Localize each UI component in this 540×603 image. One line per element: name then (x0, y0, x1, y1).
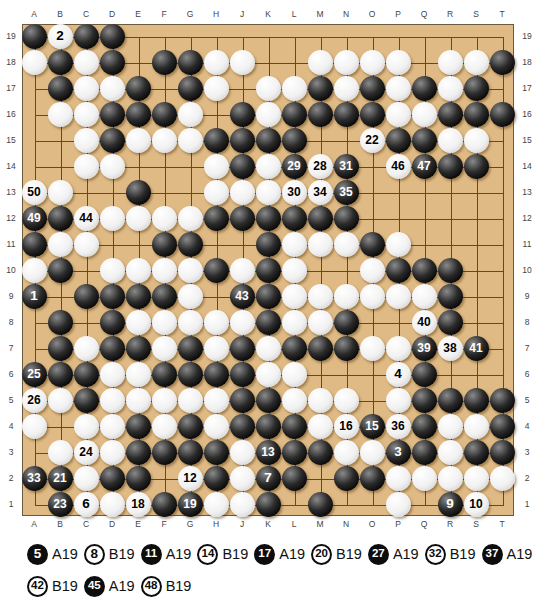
stone-L2 (282, 466, 307, 491)
stone-M4 (308, 414, 333, 439)
stone-B11 (48, 232, 73, 257)
row-label-left: 18 (6, 58, 15, 67)
move-number: 2 (56, 29, 64, 43)
column-label-top: H (213, 10, 219, 19)
stone-A5: 26 (22, 388, 47, 413)
caption-stone-white: 48 (141, 576, 162, 597)
row-label-left: 14 (6, 162, 15, 171)
stone-H8 (204, 310, 229, 335)
move-number: 28 (313, 160, 326, 172)
stone-G8 (178, 310, 203, 335)
stone-E3 (126, 440, 151, 465)
move-number: 47 (417, 160, 430, 172)
caption-move-number: 20 (315, 548, 328, 560)
stone-P3: 3 (386, 440, 411, 465)
stone-N9 (334, 284, 359, 309)
caption-entry: 42B19 (27, 576, 78, 597)
column-label-top: J (240, 10, 244, 19)
move-number: 21 (53, 472, 66, 484)
stone-B1: 23 (48, 492, 73, 517)
stone-Q17 (412, 76, 437, 101)
move-number: 34 (313, 186, 326, 198)
column-label-bottom: J (240, 520, 244, 529)
stone-D8 (100, 310, 125, 335)
column-label-bottom: O (369, 520, 376, 529)
column-label-top: N (343, 10, 349, 19)
caption-stone-black: 11 (141, 544, 162, 565)
caption-entry: 45A19 (84, 576, 135, 597)
stone-C15 (74, 128, 99, 153)
stone-G18 (178, 50, 203, 75)
stone-O2 (360, 466, 385, 491)
row-label-right: 2 (525, 474, 530, 483)
caption-point: A19 (279, 546, 305, 562)
stone-E4 (126, 414, 151, 439)
stone-S16 (464, 102, 489, 127)
column-label-bottom: E (135, 520, 141, 529)
stone-T3 (490, 440, 515, 465)
caption-point: B19 (52, 578, 78, 594)
stone-S7: 41 (464, 336, 489, 361)
stone-E12 (126, 206, 151, 231)
stone-C6 (74, 362, 99, 387)
stone-Q6 (412, 362, 437, 387)
stone-M14: 28 (308, 154, 333, 179)
move-number: 4 (394, 367, 402, 381)
move-number: 49 (27, 212, 40, 224)
stone-D17 (100, 76, 125, 101)
stone-M13: 34 (308, 180, 333, 205)
caption-stone-black: 27 (368, 544, 389, 565)
stone-J13 (230, 180, 255, 205)
column-label-top: F (161, 10, 166, 19)
stone-L4 (282, 414, 307, 439)
stone-E5 (126, 388, 151, 413)
caption-entry: 17A19 (254, 544, 305, 565)
caption-point: A19 (507, 546, 533, 562)
stone-A13: 50 (22, 180, 47, 205)
caption-point: B19 (336, 546, 362, 562)
stone-O4: 15 (360, 414, 385, 439)
stone-J12 (230, 206, 255, 231)
stone-M18 (308, 50, 333, 75)
caption-move-number: 5 (34, 547, 42, 561)
column-label-top: R (447, 10, 453, 19)
caption-entry: 5A19 (27, 544, 78, 565)
stone-L16 (282, 102, 307, 127)
stone-G6 (178, 362, 203, 387)
stone-H3 (204, 440, 229, 465)
stone-R10 (438, 258, 463, 283)
stone-O18 (360, 50, 385, 75)
stone-E9 (126, 284, 151, 309)
stone-K9 (256, 284, 281, 309)
move-number: 40 (417, 316, 430, 328)
row-label-right: 7 (525, 344, 530, 353)
caption-move-number: 8 (91, 547, 99, 561)
stone-L8 (282, 310, 307, 335)
stone-J5 (230, 388, 255, 413)
stone-Q9 (412, 284, 437, 309)
stone-G16 (178, 102, 203, 127)
column-label-bottom: S (473, 520, 479, 529)
caption-move-number: 37 (486, 548, 499, 560)
stone-J8 (230, 310, 255, 335)
stone-C19 (74, 24, 99, 49)
move-number: 36 (391, 420, 404, 432)
caption-entry: 48B19 (141, 576, 192, 597)
stone-S1: 10 (464, 492, 489, 517)
stone-N4: 16 (334, 414, 359, 439)
stone-F1 (152, 492, 177, 517)
stone-C17 (74, 76, 99, 101)
stone-K15 (256, 128, 281, 153)
stone-B18 (48, 50, 73, 75)
stone-E2 (126, 466, 151, 491)
stone-R2 (438, 466, 463, 491)
column-label-top: E (135, 10, 141, 19)
stone-F5 (152, 388, 177, 413)
stone-P15 (386, 128, 411, 153)
stone-O3 (360, 440, 385, 465)
row-label-left: 17 (6, 84, 15, 93)
stone-N12 (334, 206, 359, 231)
stone-F18 (152, 50, 177, 75)
stone-N16 (334, 102, 359, 127)
stone-G3 (178, 440, 203, 465)
stone-K4 (256, 414, 281, 439)
row-label-left: 2 (9, 474, 14, 483)
stone-P10 (386, 258, 411, 283)
stone-T5 (490, 388, 515, 413)
go-board: 2222928314647503034354944143403938412542… (22, 24, 514, 516)
stone-F7 (152, 336, 177, 361)
caption-stone-white: 20 (311, 544, 332, 565)
stone-L7 (282, 336, 307, 361)
column-label-bottom: L (292, 520, 297, 529)
stone-P17 (386, 76, 411, 101)
stone-P16 (386, 102, 411, 127)
move-number: 9 (446, 497, 454, 511)
row-label-right: 5 (525, 396, 530, 405)
stone-Q15 (412, 128, 437, 153)
column-label-top: C (83, 10, 89, 19)
move-number: 3 (394, 445, 402, 459)
stone-Q8: 40 (412, 310, 437, 335)
column-label-bottom: Q (421, 520, 428, 529)
row-label-right: 19 (522, 32, 531, 41)
column-label-top: P (395, 10, 401, 19)
row-label-right: 4 (525, 422, 530, 431)
stone-G17 (178, 76, 203, 101)
stone-A10 (22, 258, 47, 283)
column-label-top: T (499, 10, 504, 19)
stone-B3 (48, 440, 73, 465)
stone-N7 (334, 336, 359, 361)
caption-move-number: 42 (31, 580, 44, 592)
caption-entry: 32B19 (425, 544, 476, 565)
stone-J7 (230, 336, 255, 361)
stone-Q7: 39 (412, 336, 437, 361)
stone-C1: 6 (74, 492, 99, 517)
stone-B13 (48, 180, 73, 205)
caption-move-number: 27 (372, 548, 385, 560)
column-label-bottom: R (447, 520, 453, 529)
stone-B6 (48, 362, 73, 387)
stone-P14: 46 (386, 154, 411, 179)
move-number: 18 (131, 498, 144, 510)
stone-Q5 (412, 388, 437, 413)
stone-L13: 30 (282, 180, 307, 205)
stone-L14: 29 (282, 154, 307, 179)
move-number: 38 (443, 342, 456, 354)
stone-D3 (100, 440, 125, 465)
row-label-left: 11 (7, 240, 16, 249)
stone-S4 (464, 414, 489, 439)
caption-point: A19 (166, 546, 192, 562)
stone-D10 (100, 258, 125, 283)
stone-K3: 13 (256, 440, 281, 465)
stone-F6 (152, 362, 177, 387)
go-diagram: 2222928314647503034354944143403938412542… (0, 0, 540, 603)
stone-D6 (100, 362, 125, 387)
move-number: 22 (365, 134, 378, 146)
move-number: 24 (79, 446, 92, 458)
column-label-top: Q (421, 10, 428, 19)
row-label-left: 3 (9, 448, 14, 457)
stone-G11 (178, 232, 203, 257)
move-number: 10 (469, 498, 482, 510)
stone-E17 (126, 76, 151, 101)
move-number: 26 (27, 394, 40, 406)
stone-Q14: 47 (412, 154, 437, 179)
move-number: 16 (339, 420, 352, 432)
row-label-left: 19 (6, 32, 15, 41)
column-label-bottom: H (213, 520, 219, 529)
stone-E10 (126, 258, 151, 283)
stone-M16 (308, 102, 333, 127)
move-number: 23 (53, 498, 66, 510)
stone-J10 (230, 258, 255, 283)
caption-entry: 27A19 (368, 544, 419, 565)
stone-R7: 38 (438, 336, 463, 361)
stone-J16 (230, 102, 255, 127)
stone-N2 (334, 466, 359, 491)
row-label-left: 10 (6, 266, 15, 275)
move-number: 1 (30, 289, 38, 303)
stone-H2 (204, 466, 229, 491)
caption-move-number: 45 (88, 580, 101, 592)
row-label-right: 15 (522, 136, 531, 145)
stone-M8 (308, 310, 333, 335)
stone-C5 (74, 388, 99, 413)
column-label-bottom: T (499, 520, 504, 529)
stone-K1 (256, 492, 281, 517)
caption-entry: 20B19 (311, 544, 362, 565)
stone-J18 (230, 50, 255, 75)
move-number: 29 (287, 160, 300, 172)
stone-N18 (334, 50, 359, 75)
stone-G15 (178, 128, 203, 153)
row-label-right: 17 (522, 84, 531, 93)
row-label-left: 5 (9, 396, 14, 405)
stone-R15 (438, 128, 463, 153)
stone-P7 (386, 336, 411, 361)
column-label-top: L (292, 10, 297, 19)
move-number: 44 (79, 212, 92, 224)
row-label-left: 6 (9, 370, 14, 379)
column-label-top: K (265, 10, 271, 19)
move-number: 31 (339, 160, 352, 172)
stone-J9: 43 (230, 284, 255, 309)
stone-S18 (464, 50, 489, 75)
stone-O11 (360, 232, 385, 257)
move-number: 15 (365, 420, 378, 432)
stone-P5 (386, 388, 411, 413)
move-caption: 5A198B1911A1914B1917A1920B1927A1932B1937… (27, 538, 533, 602)
caption-point: B19 (450, 546, 476, 562)
stone-C2 (74, 466, 99, 491)
row-label-right: 14 (522, 162, 531, 171)
caption-point: B19 (222, 546, 248, 562)
row-label-right: 10 (522, 266, 531, 275)
stone-J1 (230, 492, 255, 517)
stone-S17 (464, 76, 489, 101)
move-number: 41 (469, 342, 482, 354)
stone-L12 (282, 206, 307, 231)
caption-point: A19 (109, 578, 135, 594)
stone-L11 (282, 232, 307, 257)
row-label-left: 15 (6, 136, 15, 145)
stone-G7 (178, 336, 203, 361)
caption-stone-black: 37 (482, 544, 503, 565)
stone-T16 (490, 102, 515, 127)
row-label-right: 11 (523, 240, 532, 249)
move-number: 46 (391, 160, 404, 172)
stone-N17 (334, 76, 359, 101)
stone-F3 (152, 440, 177, 465)
stone-O15: 22 (360, 128, 385, 153)
stone-E1: 18 (126, 492, 151, 517)
stone-R18 (438, 50, 463, 75)
stone-N11 (334, 232, 359, 257)
stone-R3 (438, 440, 463, 465)
stone-T18 (490, 50, 515, 75)
stone-H10 (204, 258, 229, 283)
stone-E16 (126, 102, 151, 127)
stone-N14: 31 (334, 154, 359, 179)
caption-stone-white: 14 (197, 544, 218, 565)
stone-L17 (282, 76, 307, 101)
stone-F11 (152, 232, 177, 257)
caption-stone-black: 45 (84, 576, 105, 597)
stone-B17 (48, 76, 73, 101)
stone-D1 (100, 492, 125, 517)
stone-G10 (178, 258, 203, 283)
stone-C12: 44 (74, 206, 99, 231)
stone-P18 (386, 50, 411, 75)
stone-J6 (230, 362, 255, 387)
column-label-bottom: K (265, 520, 271, 529)
stone-C3: 24 (74, 440, 99, 465)
move-number: 25 (27, 368, 40, 380)
column-label-bottom: B (57, 520, 63, 529)
stone-R5 (438, 388, 463, 413)
stone-K2: 7 (256, 466, 281, 491)
column-label-top: D (109, 10, 115, 19)
move-number: 43 (235, 290, 248, 302)
move-number: 35 (339, 186, 352, 198)
stone-B2: 21 (48, 466, 73, 491)
stone-S2 (464, 466, 489, 491)
stone-D7 (100, 336, 125, 361)
stone-S3 (464, 440, 489, 465)
caption-point: A19 (52, 546, 78, 562)
stone-P4: 36 (386, 414, 411, 439)
stone-S5 (464, 388, 489, 413)
move-number: 39 (417, 342, 430, 354)
caption-move-number: 48 (145, 580, 158, 592)
stone-R1: 9 (438, 492, 463, 517)
column-label-top: O (369, 10, 376, 19)
stone-A2: 33 (22, 466, 47, 491)
stone-G12 (178, 206, 203, 231)
stone-B8 (48, 310, 73, 335)
stone-C4 (74, 414, 99, 439)
stone-C18 (74, 50, 99, 75)
stone-F12 (152, 206, 177, 231)
stone-J15 (230, 128, 255, 153)
stone-B12 (48, 206, 73, 231)
stone-F16 (152, 102, 177, 127)
stone-G1: 19 (178, 492, 203, 517)
stone-C16 (74, 102, 99, 127)
row-label-right: 12 (522, 214, 531, 223)
move-number: 33 (27, 472, 40, 484)
column-label-top: G (187, 10, 194, 19)
stone-M11 (308, 232, 333, 257)
stone-L9 (282, 284, 307, 309)
stone-Q2 (412, 466, 437, 491)
stone-B19: 2 (48, 24, 73, 49)
caption-stone-white: 8 (84, 544, 105, 565)
stone-N8 (334, 310, 359, 335)
stone-O9 (360, 284, 385, 309)
stone-J3 (230, 440, 255, 465)
stone-K11 (256, 232, 281, 257)
stone-R4 (438, 414, 463, 439)
column-label-bottom: G (187, 520, 194, 529)
stone-D18 (100, 50, 125, 75)
stone-A19 (22, 24, 47, 49)
row-label-right: 3 (525, 448, 530, 457)
stone-C9 (74, 284, 99, 309)
caption-stone-black: 5 (27, 544, 48, 565)
stone-H17 (204, 76, 229, 101)
row-label-right: 18 (522, 58, 531, 67)
stone-H12 (204, 206, 229, 231)
stone-L6 (282, 362, 307, 387)
stone-H15 (204, 128, 229, 153)
row-label-left: 9 (9, 292, 14, 301)
stone-N5 (334, 388, 359, 413)
move-number: 12 (183, 472, 196, 484)
move-number: 50 (27, 186, 40, 198)
row-label-left: 7 (9, 344, 14, 353)
stone-R14 (438, 154, 463, 179)
caption-entry: 8B19 (84, 544, 135, 565)
stone-F9 (152, 284, 177, 309)
